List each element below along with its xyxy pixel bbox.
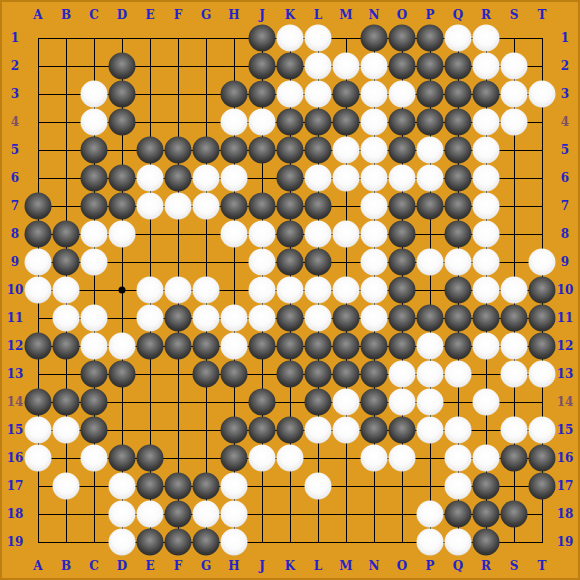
stone-white	[53, 277, 80, 304]
stone-black	[249, 53, 276, 80]
stone-white	[417, 137, 444, 164]
stone-black	[53, 221, 80, 248]
stone-black	[417, 305, 444, 332]
stone-black	[165, 165, 192, 192]
stone-white	[445, 529, 472, 556]
coord-label: 8	[561, 228, 569, 240]
stone-white	[277, 81, 304, 108]
stone-black	[249, 137, 276, 164]
stone-black	[417, 53, 444, 80]
stone-black	[277, 305, 304, 332]
stone-white	[473, 193, 500, 220]
stone-black	[137, 473, 164, 500]
stone-white	[361, 53, 388, 80]
stone-white	[445, 249, 472, 276]
stone-black	[361, 389, 388, 416]
stone-white	[529, 81, 556, 108]
stone-white	[445, 361, 472, 388]
stone-white	[445, 25, 472, 52]
stone-black	[417, 25, 444, 52]
stone-white	[501, 81, 528, 108]
stone-black	[305, 389, 332, 416]
stone-white	[389, 81, 416, 108]
stone-white	[25, 277, 52, 304]
stone-white	[81, 445, 108, 472]
coord-label: 19	[7, 536, 24, 548]
stone-black	[305, 361, 332, 388]
coord-label: E	[145, 560, 154, 572]
stone-black	[445, 165, 472, 192]
stone-white	[361, 165, 388, 192]
stone-black	[445, 277, 472, 304]
coord-label: 13	[7, 368, 24, 380]
stone-white	[137, 501, 164, 528]
stone-white	[221, 305, 248, 332]
stone-black	[417, 193, 444, 220]
stone-white	[277, 25, 304, 52]
coord-label: 11	[7, 312, 24, 324]
coord-label: T	[538, 9, 547, 21]
coord-label: 6	[561, 172, 569, 184]
stone-white	[305, 81, 332, 108]
stone-white	[165, 193, 192, 220]
stone-white	[473, 221, 500, 248]
stone-white	[501, 277, 528, 304]
stone-white	[305, 221, 332, 248]
coord-label: 1	[561, 32, 569, 44]
stone-white	[53, 417, 80, 444]
stone-white	[501, 417, 528, 444]
coord-label: P	[425, 9, 434, 21]
stone-black	[165, 137, 192, 164]
stone-white	[501, 361, 528, 388]
stone-white	[473, 25, 500, 52]
stone-white	[445, 445, 472, 472]
stone-white	[81, 249, 108, 276]
go-board-app: AABBCCDDEEFFGGHHJJKKLLMMNNOOPPQQRRSSTT11…	[0, 0, 580, 580]
stone-white	[501, 53, 528, 80]
coord-label: 7	[11, 200, 19, 212]
stone-white	[249, 445, 276, 472]
stone-white	[473, 53, 500, 80]
stone-black	[277, 221, 304, 248]
stone-white	[529, 249, 556, 276]
coord-label: P	[425, 560, 434, 572]
stone-white	[249, 109, 276, 136]
stone-black	[277, 333, 304, 360]
stone-black	[193, 529, 220, 556]
stone-black	[277, 193, 304, 220]
stone-black	[445, 333, 472, 360]
stone-white	[361, 109, 388, 136]
stone-black	[25, 333, 52, 360]
coord-label: T	[538, 560, 547, 572]
stone-black	[137, 333, 164, 360]
stone-white	[361, 305, 388, 332]
stone-black	[333, 81, 360, 108]
coord-label: 14	[7, 396, 24, 408]
stone-white	[193, 305, 220, 332]
stone-black	[25, 221, 52, 248]
stone-black	[305, 249, 332, 276]
stone-white	[221, 501, 248, 528]
stone-black	[417, 109, 444, 136]
stone-black	[389, 417, 416, 444]
stone-black	[417, 81, 444, 108]
stone-black	[361, 361, 388, 388]
stone-black	[277, 109, 304, 136]
stone-white	[221, 473, 248, 500]
coord-label: 19	[557, 536, 574, 548]
stone-black	[305, 109, 332, 136]
stone-black	[333, 305, 360, 332]
stone-black	[361, 333, 388, 360]
stone-black	[53, 333, 80, 360]
stone-black	[81, 165, 108, 192]
stone-black	[165, 529, 192, 556]
stone-black	[221, 445, 248, 472]
stone-white	[137, 305, 164, 332]
stone-black	[501, 305, 528, 332]
stone-black	[529, 305, 556, 332]
stone-black	[389, 25, 416, 52]
coord-label: M	[339, 9, 352, 21]
star-point	[119, 287, 126, 294]
stone-black	[389, 305, 416, 332]
coord-label: 1	[11, 32, 19, 44]
coord-label: H	[228, 560, 239, 572]
coord-label: G	[201, 9, 211, 21]
stone-black	[305, 333, 332, 360]
stone-black	[165, 501, 192, 528]
coord-label: D	[117, 560, 127, 572]
stone-white	[221, 109, 248, 136]
stone-white	[473, 333, 500, 360]
stone-white	[249, 277, 276, 304]
stone-black	[445, 221, 472, 248]
stone-black	[25, 193, 52, 220]
stone-black	[81, 417, 108, 444]
stone-white	[361, 445, 388, 472]
coord-label: G	[201, 560, 211, 572]
coord-label: 16	[557, 452, 574, 464]
stone-black	[389, 333, 416, 360]
coord-label: 12	[7, 340, 24, 352]
stone-black	[249, 25, 276, 52]
coord-label: 3	[11, 88, 19, 100]
coord-label: N	[369, 9, 380, 21]
stone-black	[221, 81, 248, 108]
coord-label: Q	[453, 9, 463, 21]
coord-label: 9	[561, 256, 569, 268]
coord-label: 11	[557, 312, 574, 324]
stone-black	[221, 361, 248, 388]
stone-black	[53, 389, 80, 416]
coord-label: A	[33, 9, 42, 21]
stone-black	[109, 193, 136, 220]
coord-label: 17	[7, 480, 24, 492]
stone-black	[81, 389, 108, 416]
stone-white	[81, 305, 108, 332]
stone-white	[417, 165, 444, 192]
stone-white	[445, 417, 472, 444]
stone-black	[109, 165, 136, 192]
stone-black	[473, 501, 500, 528]
stone-white	[81, 109, 108, 136]
stone-white	[417, 389, 444, 416]
stone-white	[81, 81, 108, 108]
coord-label: S	[510, 560, 519, 572]
stone-black	[529, 473, 556, 500]
coord-label: K	[285, 560, 295, 572]
coord-label: R	[481, 560, 491, 572]
stone-white	[417, 361, 444, 388]
stone-white	[221, 221, 248, 248]
stone-black	[165, 333, 192, 360]
coord-label: F	[174, 9, 183, 21]
stone-black	[445, 193, 472, 220]
goban[interactable]	[0, 0, 580, 580]
stone-white	[501, 333, 528, 360]
stone-black	[501, 501, 528, 528]
coord-label: M	[339, 560, 352, 572]
stone-black	[53, 249, 80, 276]
coord-label: 13	[557, 368, 574, 380]
stone-white	[109, 473, 136, 500]
coord-label: N	[369, 560, 380, 572]
stone-white	[193, 501, 220, 528]
stone-black	[81, 137, 108, 164]
stone-white	[529, 361, 556, 388]
coord-label: 7	[561, 200, 569, 212]
stone-black	[137, 137, 164, 164]
stone-black	[109, 81, 136, 108]
stone-black	[109, 53, 136, 80]
stone-black	[249, 193, 276, 220]
stone-white	[221, 333, 248, 360]
coord-label: E	[145, 9, 154, 21]
coord-label: 5	[561, 144, 569, 156]
coord-label: S	[510, 9, 519, 21]
coord-label: A	[33, 560, 42, 572]
stone-black	[249, 333, 276, 360]
stone-black	[165, 305, 192, 332]
stone-white	[137, 193, 164, 220]
stone-white	[81, 333, 108, 360]
stone-white	[333, 165, 360, 192]
coord-label: J	[259, 560, 265, 572]
coord-label: 10	[557, 284, 574, 296]
stone-black	[137, 445, 164, 472]
stone-white	[333, 277, 360, 304]
stone-white	[417, 249, 444, 276]
stone-black	[445, 81, 472, 108]
coord-label: 2	[561, 60, 569, 72]
stone-white	[25, 417, 52, 444]
stone-white	[193, 165, 220, 192]
coord-label: 18	[7, 508, 24, 520]
stone-white	[473, 277, 500, 304]
stone-black	[221, 417, 248, 444]
stone-black	[25, 389, 52, 416]
stone-white	[473, 109, 500, 136]
stone-black	[389, 221, 416, 248]
stone-black	[165, 473, 192, 500]
coord-label: D	[117, 9, 127, 21]
stone-black	[109, 109, 136, 136]
stone-white	[501, 109, 528, 136]
stone-white	[193, 277, 220, 304]
coord-label: 8	[11, 228, 19, 240]
coord-label: 4	[11, 116, 19, 128]
stone-white	[165, 277, 192, 304]
coord-label: 3	[561, 88, 569, 100]
stone-white	[333, 53, 360, 80]
stone-white	[361, 193, 388, 220]
stone-black	[249, 81, 276, 108]
stone-white	[473, 249, 500, 276]
stone-black	[473, 529, 500, 556]
stone-white	[25, 445, 52, 472]
stone-white	[277, 445, 304, 472]
stone-white	[193, 193, 220, 220]
coord-label: O	[397, 560, 407, 572]
stone-white	[417, 501, 444, 528]
stone-black	[249, 417, 276, 444]
stone-white	[361, 277, 388, 304]
stone-white	[389, 445, 416, 472]
stone-black	[277, 361, 304, 388]
stone-black	[277, 249, 304, 276]
stone-black	[109, 445, 136, 472]
stone-white	[473, 165, 500, 192]
stone-white	[389, 361, 416, 388]
stone-white	[389, 389, 416, 416]
stone-white	[249, 305, 276, 332]
stone-black	[529, 277, 556, 304]
coord-label: 15	[557, 424, 574, 436]
stone-white	[53, 473, 80, 500]
stone-black	[221, 137, 248, 164]
coord-label: C	[89, 9, 99, 21]
stone-white	[529, 417, 556, 444]
stone-white	[109, 221, 136, 248]
stone-black	[249, 389, 276, 416]
stone-white	[361, 221, 388, 248]
coord-label: 18	[557, 508, 574, 520]
stone-white	[333, 137, 360, 164]
coord-label: H	[228, 9, 239, 21]
coord-label: 9	[11, 256, 19, 268]
coord-label: C	[89, 560, 99, 572]
stone-black	[221, 193, 248, 220]
coord-label: Q	[453, 560, 463, 572]
stone-black	[81, 361, 108, 388]
stone-white	[445, 473, 472, 500]
stone-black	[193, 137, 220, 164]
stone-white	[109, 529, 136, 556]
coord-label: 17	[557, 480, 574, 492]
stone-black	[389, 249, 416, 276]
stone-white	[333, 389, 360, 416]
coord-label: F	[174, 560, 183, 572]
coord-label: J	[259, 9, 265, 21]
stone-black	[389, 109, 416, 136]
coord-label: 4	[561, 116, 569, 128]
stone-white	[473, 445, 500, 472]
stone-white	[305, 473, 332, 500]
stone-black	[389, 53, 416, 80]
stone-white	[417, 417, 444, 444]
stone-black	[333, 109, 360, 136]
stone-white	[333, 417, 360, 444]
stone-white	[81, 221, 108, 248]
stone-black	[473, 305, 500, 332]
stone-white	[305, 305, 332, 332]
stone-black	[81, 193, 108, 220]
stone-black	[473, 473, 500, 500]
stone-black	[529, 445, 556, 472]
stone-white	[25, 249, 52, 276]
stone-black	[277, 417, 304, 444]
coord-label: K	[285, 9, 295, 21]
coord-label: 2	[11, 60, 19, 72]
stone-white	[221, 165, 248, 192]
stone-black	[389, 137, 416, 164]
stone-white	[305, 25, 332, 52]
stone-white	[221, 529, 248, 556]
stone-white	[417, 529, 444, 556]
stone-white	[53, 305, 80, 332]
stone-white	[333, 221, 360, 248]
stone-white	[249, 221, 276, 248]
coord-label: 16	[7, 452, 24, 464]
stone-black	[445, 109, 472, 136]
stone-black	[361, 25, 388, 52]
stone-white	[305, 277, 332, 304]
stone-black	[193, 361, 220, 388]
stone-black	[277, 137, 304, 164]
coord-label: L	[314, 560, 322, 572]
coord-label: 5	[11, 144, 19, 156]
coord-label: R	[481, 9, 491, 21]
coord-label: B	[61, 560, 71, 572]
stone-white	[305, 417, 332, 444]
coord-label: 14	[557, 396, 574, 408]
stone-black	[529, 333, 556, 360]
stone-white	[277, 277, 304, 304]
stone-black	[277, 53, 304, 80]
stone-black	[501, 445, 528, 472]
stone-black	[333, 333, 360, 360]
coord-label: 15	[7, 424, 24, 436]
stone-black	[361, 417, 388, 444]
stone-white	[361, 81, 388, 108]
stone-black	[389, 277, 416, 304]
stone-white	[361, 137, 388, 164]
stone-white	[137, 277, 164, 304]
coord-label: L	[314, 9, 322, 21]
coord-label: 12	[557, 340, 574, 352]
coord-label: B	[61, 9, 71, 21]
stone-white	[417, 333, 444, 360]
stone-black	[473, 81, 500, 108]
stone-white	[473, 137, 500, 164]
stone-white	[109, 333, 136, 360]
stone-white	[389, 165, 416, 192]
stone-white	[305, 165, 332, 192]
stone-black	[193, 333, 220, 360]
